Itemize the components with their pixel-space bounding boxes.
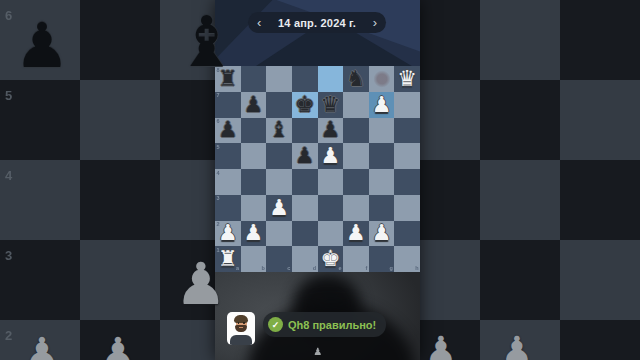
board-square-b7[interactable]: ♟ — [241, 92, 267, 118]
board-square-d2[interactable] — [292, 221, 318, 247]
piece-black-knight[interactable]: ♞ — [343, 66, 369, 92]
piece-white-pawn[interactable]: ♟ — [266, 195, 292, 221]
rank-coordinate: 3 — [217, 196, 220, 202]
board-square-f3[interactable] — [343, 195, 369, 221]
phone-screenshot: ‹ 14 апр. 2024 г. › 8♜♞♛7♟♚♛♟6♟♝♟5♟♟43♟2… — [215, 0, 420, 360]
board-square-b3[interactable] — [241, 195, 267, 221]
avatar-eye — [243, 322, 245, 324]
avatar-eye — [238, 322, 240, 324]
board-square-e7[interactable]: ♛ — [318, 92, 344, 118]
board-square-g1[interactable]: g — [369, 246, 395, 272]
piece-white-pawn[interactable]: ♟ — [369, 92, 395, 118]
mini-piece-icon: ♟ — [308, 346, 328, 357]
bg-square — [80, 0, 160, 80]
bg-square — [560, 160, 640, 240]
board-square-h4[interactable] — [394, 169, 420, 195]
piece-black-pawn[interactable]: ♟ — [241, 92, 267, 118]
piece-black-pawn[interactable]: ♟ — [215, 118, 241, 144]
board-square-d4[interactable] — [292, 169, 318, 195]
board-square-c4[interactable] — [266, 169, 292, 195]
file-coordinate: h — [415, 266, 418, 272]
board-square-c1[interactable]: c — [266, 246, 292, 272]
board-square-b5[interactable] — [241, 143, 267, 169]
feedback-bubble: ✓ Qh8 правильно! — [263, 312, 386, 337]
board-square-f1[interactable]: f — [343, 246, 369, 272]
board-square-a5[interactable]: 5 — [215, 143, 241, 169]
piece-white-queen[interactable]: ♛ — [394, 66, 420, 92]
bg-rank-label: 3 — [5, 248, 12, 263]
avatar-hair — [234, 315, 248, 323]
bg-piece-white-pawnlike: ♟ — [501, 332, 533, 360]
correct-check-icon: ✓ — [268, 317, 283, 332]
bg-square — [480, 240, 560, 320]
board-square-d6[interactable] — [292, 118, 318, 144]
rank-coordinate: 4 — [217, 171, 220, 177]
board-square-c8[interactable] — [266, 66, 292, 92]
bg-square — [480, 0, 560, 80]
board-square-a7[interactable]: 7 — [215, 92, 241, 118]
file-coordinate: f — [365, 266, 367, 272]
bg-piece-white-pawnlike: ♟ — [24, 332, 60, 360]
board-square-c7[interactable] — [266, 92, 292, 118]
board-square-f4[interactable] — [343, 169, 369, 195]
piece-white-pawn[interactable]: ♟ — [215, 221, 241, 247]
bg-rank-label: 5 — [5, 88, 12, 103]
bg-piece-white-pawnlike: ♟ — [100, 332, 136, 360]
board-square-d5[interactable]: ♟ — [292, 143, 318, 169]
board-square-d8[interactable] — [292, 66, 318, 92]
bg-square — [480, 160, 560, 240]
bg-square — [560, 0, 640, 80]
coach-avatar — [227, 312, 255, 345]
piece-black-king[interactable]: ♚ — [292, 92, 318, 118]
date-navigator[interactable]: ‹ 14 апр. 2024 г. › — [248, 12, 386, 33]
board-square-g2[interactable]: ♟ — [369, 221, 395, 247]
captured-piece-ghost — [373, 70, 390, 87]
feedback-text: Qh8 правильно! — [288, 319, 376, 331]
bg-piece-white-pawnlike: ♟ — [175, 255, 227, 313]
board-square-e2[interactable] — [318, 221, 344, 247]
board-square-e8[interactable] — [318, 66, 344, 92]
board-square-a6[interactable]: 6♟ — [215, 118, 241, 144]
board-square-b6[interactable] — [241, 118, 267, 144]
board-square-b2[interactable]: ♟ — [241, 221, 267, 247]
screenshot-root: { "game": "chess", "app_context": "mobil… — [0, 0, 640, 360]
board-square-c6[interactable]: ♝ — [266, 118, 292, 144]
board-square-f5[interactable] — [343, 143, 369, 169]
board-square-h8[interactable]: ♛ — [394, 66, 420, 92]
file-coordinate: g — [390, 266, 393, 272]
board-square-g6[interactable] — [369, 118, 395, 144]
board-square-g5[interactable] — [369, 143, 395, 169]
file-coordinate: d — [313, 266, 316, 272]
rank-coordinate: 5 — [217, 145, 220, 151]
bg-rank-label: 6 — [5, 8, 12, 23]
board-square-f6[interactable] — [343, 118, 369, 144]
board-square-c5[interactable] — [266, 143, 292, 169]
puzzle-date-label: 14 апр. 2024 г. — [278, 17, 356, 29]
board-square-h7[interactable] — [394, 92, 420, 118]
avatar-shirt — [230, 335, 252, 345]
board-square-b8[interactable] — [241, 66, 267, 92]
bg-square — [80, 240, 160, 320]
bg-square — [560, 240, 640, 320]
puzzle-board[interactable]: 8♜♞♛7♟♚♛♟6♟♝♟5♟♟43♟2♟♟♟♟1a♜bcde♚fgh — [215, 66, 420, 272]
bg-piece-black-pawnlike: ♟ — [14, 15, 70, 77]
board-square-g8[interactable] — [369, 66, 395, 92]
board-square-h6[interactable] — [394, 118, 420, 144]
piece-black-bishop[interactable]: ♝ — [266, 118, 292, 144]
piece-white-pawn[interactable]: ♟ — [369, 221, 395, 247]
bg-square — [560, 80, 640, 160]
board-square-f7[interactable] — [343, 92, 369, 118]
piece-white-pawn[interactable]: ♟ — [241, 221, 267, 247]
chevron-right-icon[interactable]: › — [373, 13, 377, 33]
piece-black-queen[interactable]: ♛ — [318, 92, 344, 118]
board-square-d1[interactable]: d — [292, 246, 318, 272]
bg-square — [480, 80, 560, 160]
board-square-e5[interactable]: ♟ — [318, 143, 344, 169]
bg-piece-black-pawnlike: ♝ — [176, 7, 239, 77]
bg-square — [80, 80, 160, 160]
board-square-a3[interactable]: 3 — [215, 195, 241, 221]
rank-coordinate: 7 — [217, 93, 220, 99]
board-square-g3[interactable] — [369, 195, 395, 221]
board-square-b4[interactable] — [241, 169, 267, 195]
bg-rank-label: 2 — [5, 328, 12, 343]
file-coordinate: c — [287, 266, 290, 272]
board-square-d7[interactable]: ♚ — [292, 92, 318, 118]
board-square-e4[interactable] — [318, 169, 344, 195]
board-square-h2[interactable] — [394, 221, 420, 247]
board-square-b1[interactable]: b — [241, 246, 267, 272]
piece-black-pawn[interactable]: ♟ — [292, 143, 318, 169]
board-square-e3[interactable] — [318, 195, 344, 221]
board-square-d3[interactable] — [292, 195, 318, 221]
bg-square — [560, 320, 640, 360]
board-square-h1[interactable]: h — [394, 246, 420, 272]
board-square-h5[interactable] — [394, 143, 420, 169]
file-coordinate: b — [261, 266, 264, 272]
board-square-c3[interactable]: ♟ — [266, 195, 292, 221]
feedback-area: ✓ Qh8 правильно! ♟ — [215, 272, 420, 360]
chevron-left-icon[interactable]: ‹ — [257, 13, 261, 33]
board-square-f2[interactable]: ♟ — [343, 221, 369, 247]
top-pattern-background: ‹ 14 апр. 2024 г. › — [215, 0, 420, 66]
avatar-mouth — [239, 327, 243, 328]
piece-white-pawn[interactable]: ♟ — [318, 143, 344, 169]
board-square-h3[interactable] — [394, 195, 420, 221]
board-square-e6[interactable]: ♟ — [318, 118, 344, 144]
board-square-a2[interactable]: 2♟ — [215, 221, 241, 247]
bg-square — [80, 160, 160, 240]
piece-white-pawn[interactable]: ♟ — [343, 221, 369, 247]
board-square-c2[interactable] — [266, 221, 292, 247]
board-square-a4[interactable]: 4 — [215, 169, 241, 195]
piece-white-king[interactable]: ♚ — [318, 246, 344, 272]
bg-rank-label: 4 — [5, 168, 12, 183]
board-square-f8[interactable]: ♞ — [343, 66, 369, 92]
board-square-e1[interactable]: e♚ — [318, 246, 344, 272]
board-square-g4[interactable] — [369, 169, 395, 195]
board-square-g7[interactable]: ♟ — [369, 92, 395, 118]
piece-black-pawn[interactable]: ♟ — [318, 118, 344, 144]
bg-piece-white-pawnlike: ♟ — [425, 332, 457, 360]
